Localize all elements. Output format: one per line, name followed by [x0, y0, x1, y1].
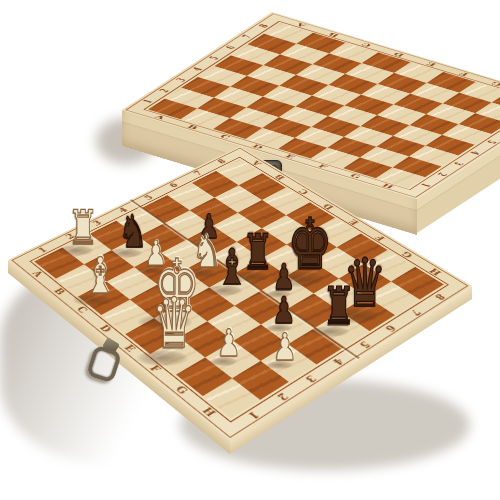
pawn-glyph: ♟ — [217, 321, 241, 364]
piece-black-bishop-e4[interactable]: ♝ — [214, 250, 249, 295]
queen-glyph: ♛ — [151, 283, 196, 364]
pieces-layer: ♜♝♟♞♚♛♟♟♞♟♝♜♟♚♟♜♛ — [0, 0, 500, 500]
bishop-glyph: ♝ — [216, 238, 248, 296]
bishop-glyph: ♝ — [84, 247, 116, 305]
piece-black-rook-h5[interactable]: ♜ — [321, 289, 357, 336]
piece-white-pawn-h3[interactable]: ♟ — [272, 334, 299, 368]
rook-glyph: ♜ — [322, 276, 355, 336]
knight-glyph: ♞ — [118, 206, 147, 258]
pawn-glyph: ♟ — [273, 325, 297, 368]
piece-white-pawn-g2[interactable]: ♟ — [216, 331, 242, 365]
piece-white-queen-f1[interactable]: ♛ — [149, 301, 198, 364]
piece-white-bishop-c1[interactable]: ♝ — [83, 259, 118, 304]
product-photo-scene: AABBCCDDEEFFGGHH1122334455667788 AABBCCD… — [0, 0, 500, 500]
